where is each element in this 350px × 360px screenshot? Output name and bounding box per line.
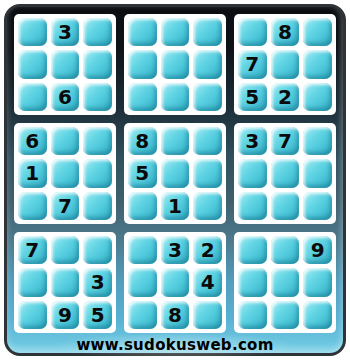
sudoku-cell-r9c4[interactable]: [128, 301, 157, 329]
sudoku-cell-r5c4[interactable]: 5: [128, 159, 157, 187]
sudoku-cell-r1c8[interactable]: 8: [271, 18, 300, 46]
sudoku-cell-r2c2[interactable]: [51, 50, 80, 78]
sudoku-cell-r7c5[interactable]: 3: [161, 236, 190, 264]
sudoku-cell-r6c1[interactable]: [18, 192, 47, 220]
sudoku-cell-r4c4[interactable]: 8: [128, 127, 157, 155]
sudoku-cell-r2c7[interactable]: 7: [238, 50, 267, 78]
sudoku-cell-r2c1[interactable]: [18, 50, 47, 78]
sudoku-cell-r6c5[interactable]: 1: [161, 192, 190, 220]
sudoku-cell-r6c2[interactable]: 7: [51, 192, 80, 220]
sudoku-cell-r2c9[interactable]: [303, 50, 332, 78]
sudoku-cell-r5c9[interactable]: [303, 159, 332, 187]
site-url-text: www.sudokusweb.com: [7, 336, 343, 354]
sudoku-cell-r4c2[interactable]: [51, 127, 80, 155]
sudoku-cell-r2c3[interactable]: [83, 50, 112, 78]
sudoku-cell-r3c4[interactable]: [128, 83, 157, 111]
sudoku-cell-r3c6[interactable]: [193, 83, 222, 111]
sudoku-cell-r8c8[interactable]: [271, 268, 300, 296]
sudoku-cell-r6c4[interactable]: [128, 192, 157, 220]
sudoku-cell-r9c2[interactable]: 9: [51, 301, 80, 329]
sudoku-cell-r4c7[interactable]: 3: [238, 127, 267, 155]
sudoku-cell-r1c9[interactable]: [303, 18, 332, 46]
sudoku-cell-r9c3[interactable]: 5: [83, 301, 112, 329]
sudoku-cell-r5c3[interactable]: [83, 159, 112, 187]
sudoku-cell-r3c3[interactable]: [83, 83, 112, 111]
sudoku-cell-r8c5[interactable]: [161, 268, 190, 296]
sudoku-cell-r4c3[interactable]: [83, 127, 112, 155]
board-plaque: 36875261785137739532489 www.sudokusweb.c…: [4, 4, 346, 356]
sudoku-box-9: 9: [234, 232, 336, 333]
sudoku-cell-r7c7[interactable]: [238, 236, 267, 264]
sudoku-box-7: 7395: [14, 232, 116, 333]
sudoku-cell-r6c9[interactable]: [303, 192, 332, 220]
sudoku-cell-r4c5[interactable]: [161, 127, 190, 155]
sudoku-cell-r5c6[interactable]: [193, 159, 222, 187]
sudoku-cell-r9c7[interactable]: [238, 301, 267, 329]
sudoku-cell-r3c8[interactable]: 2: [271, 83, 300, 111]
sudoku-cell-r3c5[interactable]: [161, 83, 190, 111]
sudoku-cell-r6c7[interactable]: [238, 192, 267, 220]
sudoku-cell-r8c4[interactable]: [128, 268, 157, 296]
sudoku-cell-r2c8[interactable]: [271, 50, 300, 78]
sudoku-box-6: 37: [234, 123, 336, 224]
sudoku-cell-r8c7[interactable]: [238, 268, 267, 296]
sudoku-cell-r5c8[interactable]: [271, 159, 300, 187]
sudoku-cell-r8c9[interactable]: [303, 268, 332, 296]
sudoku-cell-r8c1[interactable]: [18, 268, 47, 296]
sudoku-cell-r9c5[interactable]: 8: [161, 301, 190, 329]
sudoku-box-2: [124, 14, 226, 115]
sudoku-box-3: 8752: [234, 14, 336, 115]
sudoku-cell-r2c6[interactable]: [193, 50, 222, 78]
sudoku-cell-r3c2[interactable]: 6: [51, 83, 80, 111]
sudoku-cell-r3c7[interactable]: 5: [238, 83, 267, 111]
sudoku-cell-r4c9[interactable]: [303, 127, 332, 155]
sudoku-cell-r2c5[interactable]: [161, 50, 190, 78]
sudoku-board: 36875261785137739532489: [14, 14, 336, 333]
sudoku-cell-r7c3[interactable]: [83, 236, 112, 264]
sudoku-box-1: 36: [14, 14, 116, 115]
sudoku-cell-r1c3[interactable]: [83, 18, 112, 46]
sudoku-cell-r5c5[interactable]: [161, 159, 190, 187]
sudoku-cell-r9c6[interactable]: [193, 301, 222, 329]
sudoku-cell-r6c6[interactable]: [193, 192, 222, 220]
sudoku-cell-r7c2[interactable]: [51, 236, 80, 264]
sudoku-cell-r5c7[interactable]: [238, 159, 267, 187]
sudoku-cell-r4c8[interactable]: 7: [271, 127, 300, 155]
sudoku-cell-r6c3[interactable]: [83, 192, 112, 220]
sudoku-cell-r9c1[interactable]: [18, 301, 47, 329]
sudoku-cell-r2c4[interactable]: [128, 50, 157, 78]
sudoku-cell-r1c7[interactable]: [238, 18, 267, 46]
sudoku-cell-r3c9[interactable]: [303, 83, 332, 111]
sudoku-cell-r7c1[interactable]: 7: [18, 236, 47, 264]
sudoku-card: 36875261785137739532489 www.sudokusweb.c…: [0, 0, 350, 360]
sudoku-box-5: 851: [124, 123, 226, 224]
sudoku-cell-r9c9[interactable]: [303, 301, 332, 329]
sudoku-cell-r1c5[interactable]: [161, 18, 190, 46]
sudoku-box-4: 617: [14, 123, 116, 224]
sudoku-cell-r1c6[interactable]: [193, 18, 222, 46]
sudoku-cell-r8c6[interactable]: 4: [193, 268, 222, 296]
sudoku-cell-r3c1[interactable]: [18, 83, 47, 111]
sudoku-cell-r7c4[interactable]: [128, 236, 157, 264]
sudoku-cell-r4c6[interactable]: [193, 127, 222, 155]
sudoku-cell-r1c1[interactable]: [18, 18, 47, 46]
sudoku-cell-r5c2[interactable]: [51, 159, 80, 187]
sudoku-cell-r1c2[interactable]: 3: [51, 18, 80, 46]
sudoku-cell-r8c3[interactable]: 3: [83, 268, 112, 296]
sudoku-cell-r9c8[interactable]: [271, 301, 300, 329]
sudoku-cell-r4c1[interactable]: 6: [18, 127, 47, 155]
sudoku-cell-r7c8[interactable]: [271, 236, 300, 264]
sudoku-cell-r5c1[interactable]: 1: [18, 159, 47, 187]
sudoku-cell-r7c9[interactable]: 9: [303, 236, 332, 264]
sudoku-cell-r7c6[interactable]: 2: [193, 236, 222, 264]
sudoku-cell-r1c4[interactable]: [128, 18, 157, 46]
sudoku-cell-r6c8[interactable]: [271, 192, 300, 220]
sudoku-cell-r8c2[interactable]: [51, 268, 80, 296]
sudoku-box-8: 3248: [124, 232, 226, 333]
